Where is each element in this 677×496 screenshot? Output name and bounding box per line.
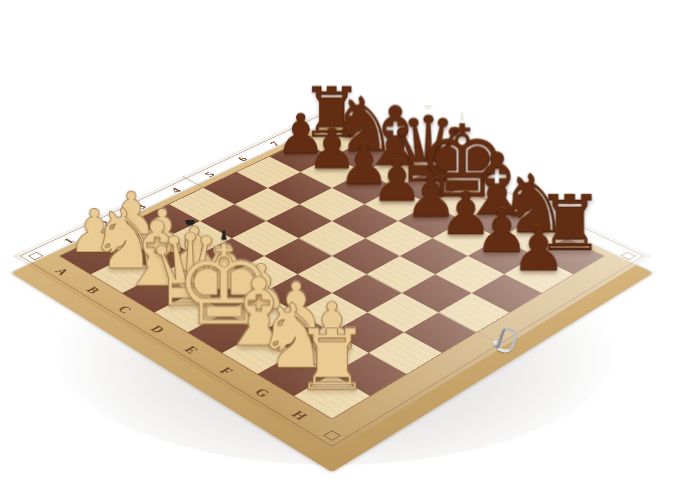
- chess-board: ♜♞♝♛♚♝♞♜♟♟♟♟♟♟♟♟♟♟♟♟♟♟♟♟♞♝♛♚♝♞♜ 87654321…: [12, 107, 651, 452]
- file-label-C: C: [115, 304, 134, 315]
- piece-light-rook-h1[interactable]: ♜: [294, 318, 370, 403]
- scene-3d: ♜♞♝♛♚♝♞♜♟♟♟♟♟♟♟♟♟♟♟♟♟♟♟♟♞♝♛♚♝♞♜ 87654321…: [106, 30, 558, 482]
- piece-dark-pawn-h7[interactable]: ♟: [511, 218, 566, 279]
- file-label-B: B: [84, 285, 103, 295]
- corner-mark-icon: [620, 252, 636, 260]
- square-h1[interactable]: ♜: [294, 374, 369, 418]
- square-d5[interactable]: [299, 221, 366, 256]
- board-frame: ♜♞♝♛♚♝♞♜♟♟♟♟♟♟♟♟♟♟♟♟♟♟♟♟♞♝♛♚♝♞♜ 87654321…: [12, 107, 651, 452]
- rank-label-5: 5: [202, 171, 217, 178]
- corner-mark-icon: [323, 430, 341, 441]
- rank-label-4: 4: [169, 187, 184, 195]
- file-label-E: E: [182, 344, 201, 355]
- file-label-G: G: [252, 387, 273, 399]
- rank-label-6: 6: [235, 155, 249, 162]
- pawn-glyph: ♟: [511, 218, 566, 279]
- playing-area-grid: ♜♞♝♛♚♝♞♜♟♟♟♟♟♟♟♟♟♟♟♟♟♟♟♟♞♝♛♚♝♞♜: [60, 127, 603, 419]
- file-label-F: F: [217, 366, 236, 377]
- rook-glyph: ♜: [294, 318, 370, 403]
- file-label-H: H: [289, 409, 310, 422]
- photo-background: ♜♞♝♛♚♝♞♜♟♟♟♟♟♟♟♟♟♟♟♟♟♟♟♟♞♝♛♚♝♞♜ 87654321…: [0, 0, 677, 496]
- file-label-D: D: [148, 324, 168, 335]
- latch-icon: [492, 328, 516, 350]
- corner-mark-icon: [28, 252, 44, 260]
- file-label-A: A: [53, 267, 72, 277]
